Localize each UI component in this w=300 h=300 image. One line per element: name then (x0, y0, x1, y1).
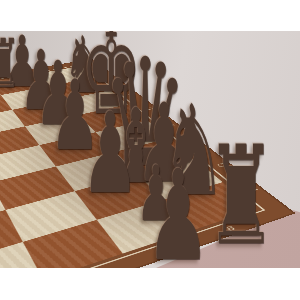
screenshot: HGFEDCBA87654321 ♜♟♞♟♚♟♟♛♝♟♟♞♟♜♟ (0, 0, 300, 300)
product-photo: HGFEDCBA87654321 ♜♟♞♟♚♟♟♛♝♟♟♞♟♜♟ (0, 31, 300, 268)
piece-black-pawn-h7: ♟ (146, 153, 211, 268)
piece-black-rook-h8: ♜ (205, 128, 276, 265)
letterbox-top (0, 0, 300, 31)
piece-black-pawn-e7: ♟ (81, 98, 139, 210)
letterbox-bottom (0, 268, 300, 300)
piece-black-rook-a8: ♜ (0, 31, 21, 98)
